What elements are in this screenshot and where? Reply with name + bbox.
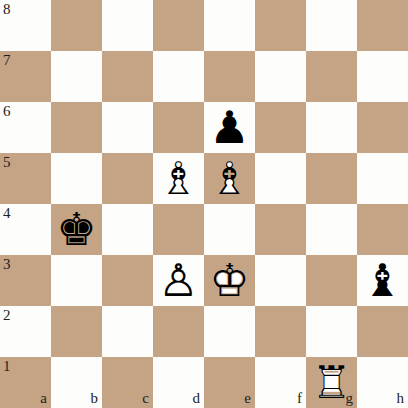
square-a1[interactable]: 1a [0, 357, 51, 408]
square-b5[interactable] [51, 153, 102, 204]
rank-label-8: 8 [3, 2, 11, 17]
square-b7[interactable] [51, 51, 102, 102]
square-h3[interactable]: ♝ [357, 255, 408, 306]
square-c2[interactable] [102, 306, 153, 357]
square-b1[interactable]: b [51, 357, 102, 408]
square-e8[interactable] [204, 0, 255, 51]
square-b3[interactable] [51, 255, 102, 306]
file-label-c: c [142, 391, 149, 406]
white-pawn[interactable]: ♟♙ [153, 255, 204, 306]
rank-label-3: 3 [3, 257, 11, 272]
square-f7[interactable] [255, 51, 306, 102]
white-bishop[interactable]: ♝♗ [204, 153, 255, 204]
square-a5[interactable]: 5 [0, 153, 51, 204]
square-d2[interactable] [153, 306, 204, 357]
file-label-g: g [346, 391, 354, 406]
file-label-b: b [91, 391, 99, 406]
square-a2[interactable]: 2 [0, 306, 51, 357]
file-label-h: h [397, 391, 405, 406]
square-h8[interactable] [357, 0, 408, 51]
file-label-a: a [40, 391, 47, 406]
square-c4[interactable] [102, 204, 153, 255]
square-h1[interactable]: h [357, 357, 408, 408]
square-f8[interactable] [255, 0, 306, 51]
black-bishop[interactable]: ♝ [357, 255, 408, 306]
square-a3[interactable]: 3 [0, 255, 51, 306]
black-pawn-glyph: ♟ [209, 102, 249, 153]
square-b2[interactable] [51, 306, 102, 357]
chess-board: 876♟5♝♗♝♗4♚3♟♙♚♔♝21abcdefg♜♖h [0, 0, 408, 408]
rank-label-5: 5 [3, 155, 11, 170]
square-h7[interactable] [357, 51, 408, 102]
square-d7[interactable] [153, 51, 204, 102]
black-king-glyph: ♚ [56, 204, 96, 255]
file-label-f: f [297, 391, 302, 406]
square-a4[interactable]: 4 [0, 204, 51, 255]
square-h2[interactable] [357, 306, 408, 357]
square-e3[interactable]: ♚♔ [204, 255, 255, 306]
white-pawn-outline: ♙ [158, 255, 198, 306]
square-h4[interactable] [357, 204, 408, 255]
square-f3[interactable] [255, 255, 306, 306]
square-g7[interactable] [306, 51, 357, 102]
square-d5[interactable]: ♝♗ [153, 153, 204, 204]
file-label-d: d [193, 391, 201, 406]
square-e1[interactable]: e [204, 357, 255, 408]
square-b8[interactable] [51, 0, 102, 51]
square-c3[interactable] [102, 255, 153, 306]
square-g3[interactable] [306, 255, 357, 306]
square-f1[interactable]: f [255, 357, 306, 408]
square-g8[interactable] [306, 0, 357, 51]
square-c7[interactable] [102, 51, 153, 102]
square-e4[interactable] [204, 204, 255, 255]
square-g1[interactable]: g♜♖ [306, 357, 357, 408]
white-king[interactable]: ♚♔ [204, 255, 255, 306]
square-b6[interactable] [51, 102, 102, 153]
square-f5[interactable] [255, 153, 306, 204]
square-e7[interactable] [204, 51, 255, 102]
square-a6[interactable]: 6 [0, 102, 51, 153]
square-a8[interactable]: 8 [0, 0, 51, 51]
rank-label-1: 1 [3, 359, 11, 374]
square-f6[interactable] [255, 102, 306, 153]
rank-label-7: 7 [3, 53, 11, 68]
square-c1[interactable]: c [102, 357, 153, 408]
black-king[interactable]: ♚ [51, 204, 102, 255]
square-g2[interactable] [306, 306, 357, 357]
square-d6[interactable] [153, 102, 204, 153]
square-g4[interactable] [306, 204, 357, 255]
square-f2[interactable] [255, 306, 306, 357]
square-h5[interactable] [357, 153, 408, 204]
square-d8[interactable] [153, 0, 204, 51]
square-f4[interactable] [255, 204, 306, 255]
square-e6[interactable]: ♟ [204, 102, 255, 153]
square-g6[interactable] [306, 102, 357, 153]
white-bishop[interactable]: ♝♗ [153, 153, 204, 204]
square-c6[interactable] [102, 102, 153, 153]
square-h6[interactable] [357, 102, 408, 153]
rank-label-4: 4 [3, 206, 11, 221]
square-d3[interactable]: ♟♙ [153, 255, 204, 306]
square-d4[interactable] [153, 204, 204, 255]
square-a7[interactable]: 7 [0, 51, 51, 102]
file-label-e: e [244, 391, 251, 406]
black-bishop-glyph: ♝ [362, 255, 402, 306]
square-e5[interactable]: ♝♗ [204, 153, 255, 204]
white-bishop-outline: ♗ [209, 153, 249, 204]
rank-label-6: 6 [3, 104, 11, 119]
square-e2[interactable] [204, 306, 255, 357]
square-c8[interactable] [102, 0, 153, 51]
square-d1[interactable]: d [153, 357, 204, 408]
white-king-outline: ♔ [209, 255, 249, 306]
square-g5[interactable] [306, 153, 357, 204]
white-bishop-outline: ♗ [158, 153, 198, 204]
black-pawn[interactable]: ♟ [204, 102, 255, 153]
square-b4[interactable]: ♚ [51, 204, 102, 255]
square-c5[interactable] [102, 153, 153, 204]
rank-label-2: 2 [3, 308, 11, 323]
